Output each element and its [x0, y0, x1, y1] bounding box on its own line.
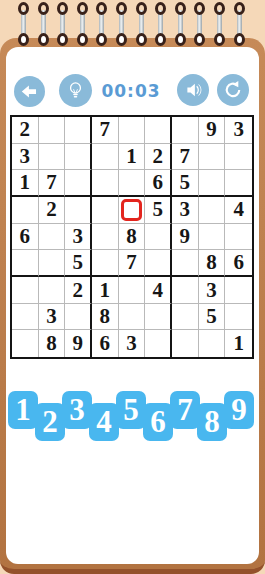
spiral-ring: [37, 2, 51, 48]
back-button[interactable]: [14, 76, 45, 107]
cell-r5c3[interactable]: 3: [65, 224, 92, 251]
restart-button[interactable]: [217, 74, 249, 106]
spiral-ring: [95, 2, 109, 48]
cell-r8c9[interactable]: [225, 304, 252, 331]
restart-icon: [223, 80, 243, 100]
cell-r9c1[interactable]: [12, 330, 39, 357]
cell-r1c3[interactable]: [65, 117, 92, 144]
cell-r9c9[interactable]: 1: [225, 330, 252, 357]
cell-r5c5[interactable]: 8: [119, 224, 146, 251]
spiral-ring: [174, 2, 188, 48]
cell-r2c8[interactable]: [199, 144, 226, 171]
cell-r1c7[interactable]: [172, 117, 199, 144]
cell-r3c2[interactable]: 7: [39, 170, 66, 197]
number-tile-9[interactable]: 9: [224, 391, 254, 429]
cell-r5c9[interactable]: [225, 224, 252, 251]
cell-r8c5[interactable]: [119, 304, 146, 331]
cell-r4c5[interactable]: [119, 197, 146, 224]
cell-r8c4[interactable]: 8: [92, 304, 119, 331]
cell-r9c5[interactable]: 3: [119, 330, 146, 357]
number-tile-3[interactable]: 3: [62, 391, 92, 429]
cell-r1c1[interactable]: 2: [12, 117, 39, 144]
cell-r4c6[interactable]: 5: [145, 197, 172, 224]
cell-r1c6[interactable]: [145, 117, 172, 144]
cell-r7c7[interactable]: [172, 277, 199, 304]
spiral-ring: [213, 2, 227, 48]
cell-r5c6[interactable]: [145, 224, 172, 251]
cell-r1c2[interactable]: [39, 117, 66, 144]
cell-r6c9[interactable]: 6: [225, 250, 252, 277]
cell-r3c6[interactable]: 6: [145, 170, 172, 197]
spiral-ring: [17, 2, 31, 48]
sound-button[interactable]: [177, 74, 209, 106]
cell-r2c1[interactable]: 3: [12, 144, 39, 171]
cell-r2c6[interactable]: 2: [145, 144, 172, 171]
cell-r9c8[interactable]: [199, 330, 226, 357]
cell-r9c6[interactable]: [145, 330, 172, 357]
cell-r4c1[interactable]: [12, 197, 39, 224]
cell-r4c4[interactable]: [92, 197, 119, 224]
cell-r4c3[interactable]: [65, 197, 92, 224]
cell-r5c7[interactable]: 9: [172, 224, 199, 251]
cell-r8c7[interactable]: [172, 304, 199, 331]
number-pad: 123456789: [8, 391, 258, 445]
spiral-ring: [56, 2, 70, 48]
cell-r6c4[interactable]: [92, 250, 119, 277]
back-arrow-icon: [20, 82, 39, 101]
cell-r1c5[interactable]: [119, 117, 146, 144]
cell-r7c2[interactable]: [39, 277, 66, 304]
cell-r4c8[interactable]: [199, 197, 226, 224]
number-tile-6[interactable]: 6: [143, 403, 173, 441]
cell-r7c1[interactable]: [12, 277, 39, 304]
spiral-binding: [0, 0, 265, 50]
cell-r6c2[interactable]: [39, 250, 66, 277]
cell-r7c4[interactable]: 1: [92, 277, 119, 304]
number-tile-8[interactable]: 8: [197, 403, 227, 441]
speaker-icon: [183, 80, 203, 100]
spiral-ring: [76, 2, 90, 48]
cell-r5c1[interactable]: 6: [12, 224, 39, 251]
cell-r8c2[interactable]: 3: [39, 304, 66, 331]
cell-r3c1[interactable]: 1: [12, 170, 39, 197]
cell-r8c3[interactable]: [65, 304, 92, 331]
cell-r1c8[interactable]: 9: [199, 117, 226, 144]
number-tile-2[interactable]: 2: [35, 403, 65, 441]
spiral-ring: [233, 2, 247, 48]
sudoku-board: 279331271765253463895786214338589631: [10, 115, 254, 359]
cell-r8c8[interactable]: 5: [199, 304, 226, 331]
number-tile-7[interactable]: 7: [170, 391, 200, 429]
number-tile-5[interactable]: 5: [116, 391, 146, 429]
cell-r3c4[interactable]: [92, 170, 119, 197]
cell-r3c3[interactable]: [65, 170, 92, 197]
cell-r1c9[interactable]: 3: [225, 117, 252, 144]
cell-r8c6[interactable]: [145, 304, 172, 331]
cell-r1c4[interactable]: 7: [92, 117, 119, 144]
cell-r3c5[interactable]: [119, 170, 146, 197]
cell-r2c3[interactable]: [65, 144, 92, 171]
cell-r9c3[interactable]: 9: [65, 330, 92, 357]
timer: 00:03: [98, 81, 164, 101]
selected-cell-highlight: [121, 199, 143, 221]
number-tile-1[interactable]: 1: [8, 391, 38, 429]
cell-r8c1[interactable]: [12, 304, 39, 331]
cell-r7c8[interactable]: 3: [199, 277, 226, 304]
cell-r9c4[interactable]: 6: [92, 330, 119, 357]
cell-r4c9[interactable]: 4: [225, 197, 252, 224]
cell-r4c7[interactable]: 3: [172, 197, 199, 224]
cell-r2c7[interactable]: 7: [172, 144, 199, 171]
cell-r5c8[interactable]: [199, 224, 226, 251]
cell-r3c9[interactable]: [225, 170, 252, 197]
spiral-ring: [154, 2, 168, 48]
cell-r2c5[interactable]: 1: [119, 144, 146, 171]
cell-r6c7[interactable]: [172, 250, 199, 277]
cell-r6c1[interactable]: [12, 250, 39, 277]
cell-r6c3[interactable]: 5: [65, 250, 92, 277]
cell-r7c9[interactable]: [225, 277, 252, 304]
hint-button[interactable]: [59, 74, 92, 107]
cell-r7c3[interactable]: 2: [65, 277, 92, 304]
cell-r3c8[interactable]: [199, 170, 226, 197]
cell-r5c4[interactable]: [92, 224, 119, 251]
cell-r9c2[interactable]: 8: [39, 330, 66, 357]
cell-r9c7[interactable]: [172, 330, 199, 357]
cell-r3c7[interactable]: 5: [172, 170, 199, 197]
cell-r5c2[interactable]: [39, 224, 66, 251]
number-tile-4[interactable]: 4: [89, 403, 119, 441]
cell-r2c2[interactable]: [39, 144, 66, 171]
spiral-ring: [193, 2, 207, 48]
cell-r7c5[interactable]: [119, 277, 146, 304]
lightbulb-icon: [65, 80, 86, 101]
cell-r6c6[interactable]: [145, 250, 172, 277]
cell-r6c5[interactable]: 7: [119, 250, 146, 277]
cell-r6c8[interactable]: 8: [199, 250, 226, 277]
cell-r4c2[interactable]: 2: [39, 197, 66, 224]
cell-r2c4[interactable]: [92, 144, 119, 171]
cell-r7c6[interactable]: 4: [145, 277, 172, 304]
cell-r2c9[interactable]: [225, 144, 252, 171]
spiral-ring: [135, 2, 149, 48]
spiral-ring: [115, 2, 129, 48]
